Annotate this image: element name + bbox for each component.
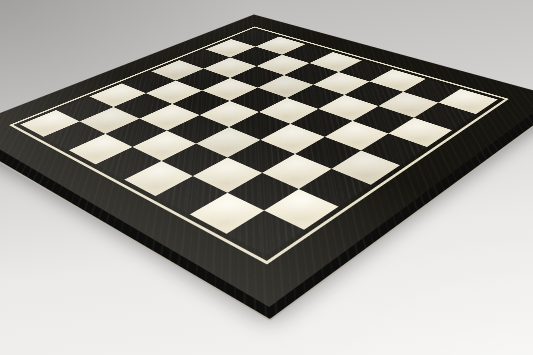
inlay-border-line <box>9 26 509 264</box>
photo-background <box>0 0 533 355</box>
chess-board <box>0 15 533 308</box>
